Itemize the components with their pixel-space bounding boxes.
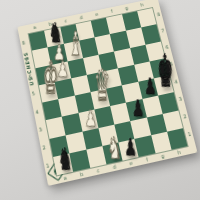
coordinate-label: 3	[38, 127, 42, 133]
coordinate-label: e	[95, 12, 99, 17]
coordinate-label: 8	[157, 12, 161, 17]
coordinate-label: h	[140, 2, 144, 7]
chess-mat: abcdefgh abcdefgh 87654321 87654321 US C…	[17, 0, 197, 186]
coordinate-label: 1	[187, 132, 191, 138]
coordinate-label: f	[145, 157, 148, 162]
coordinate-label: 8	[22, 40, 26, 45]
coordinate-label: 4	[174, 79, 178, 84]
coordinate-label: c	[64, 18, 68, 23]
coordinate-label: a	[33, 25, 37, 30]
coordinate-label: h	[177, 149, 181, 155]
piece-black-king: ♚	[157, 50, 174, 95]
coordinate-label: g	[161, 153, 165, 159]
square-h1	[167, 128, 188, 150]
coordinate-label: 2	[42, 145, 46, 151]
photo-scene: abcdefgh abcdefgh 87654321 87654321 US C…	[0, 0, 200, 200]
coordinate-label: 7	[161, 28, 165, 33]
coordinate-label: g	[125, 5, 129, 10]
coordinate-label: b	[80, 171, 84, 177]
coordinate-label: 3	[178, 96, 182, 102]
coordinate-label: 4	[35, 109, 39, 115]
coordinate-label: c	[96, 168, 100, 174]
coordinate-label: d	[79, 15, 83, 20]
coordinate-label: 5	[32, 92, 36, 97]
coordinate-label: f	[110, 9, 113, 14]
coordinate-label: 2	[183, 114, 187, 120]
